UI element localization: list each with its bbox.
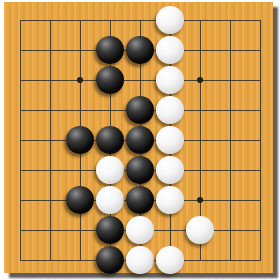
black-stone — [126, 36, 154, 64]
black-stone — [96, 216, 124, 244]
intersection[interactable] — [65, 185, 95, 215]
intersection[interactable] — [95, 155, 125, 185]
intersection[interactable] — [125, 185, 155, 215]
white-stone — [156, 186, 184, 214]
go-board — [4, 2, 273, 273]
black-stone — [96, 36, 124, 64]
intersection[interactable] — [95, 125, 125, 155]
intersection[interactable] — [125, 215, 155, 245]
white-stone — [186, 216, 214, 244]
white-stone — [126, 216, 154, 244]
intersection[interactable] — [95, 215, 125, 245]
black-stone — [96, 126, 124, 154]
white-stone — [156, 36, 184, 64]
white-stone — [156, 126, 184, 154]
white-stone — [96, 156, 124, 184]
white-stone — [156, 66, 184, 94]
intersection[interactable] — [125, 95, 155, 125]
black-stone — [126, 96, 154, 124]
intersection[interactable] — [95, 185, 125, 215]
intersection[interactable] — [95, 65, 125, 95]
white-stone — [96, 186, 124, 214]
intersection[interactable] — [95, 245, 125, 275]
intersection[interactable] — [125, 35, 155, 65]
black-stone — [66, 186, 94, 214]
intersection[interactable] — [155, 65, 185, 95]
intersection[interactable] — [125, 245, 155, 275]
black-stone — [126, 156, 154, 184]
black-stone — [126, 126, 154, 154]
black-stone — [66, 126, 94, 154]
intersection[interactable] — [125, 155, 155, 185]
stone-layer[interactable] — [5, 5, 275, 275]
white-stone — [156, 246, 184, 274]
intersection[interactable] — [155, 95, 185, 125]
intersection[interactable] — [155, 185, 185, 215]
black-stone — [126, 186, 154, 214]
intersection[interactable] — [155, 35, 185, 65]
intersection[interactable] — [95, 35, 125, 65]
white-stone — [156, 96, 184, 124]
intersection[interactable] — [155, 5, 185, 35]
intersection[interactable] — [125, 125, 155, 155]
white-stone — [156, 156, 184, 184]
intersection[interactable] — [155, 155, 185, 185]
white-stone — [156, 6, 184, 34]
black-stone — [96, 246, 124, 274]
white-stone — [126, 246, 154, 274]
intersection[interactable] — [65, 125, 95, 155]
intersection[interactable] — [185, 215, 215, 245]
intersection[interactable] — [155, 245, 185, 275]
intersection[interactable] — [155, 125, 185, 155]
black-stone — [96, 66, 124, 94]
